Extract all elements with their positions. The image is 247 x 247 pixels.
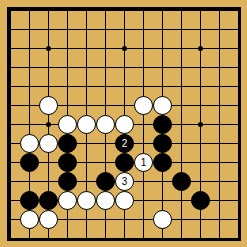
- board-intersection[interactable]: [153, 96, 172, 115]
- board-intersection[interactable]: [191, 77, 210, 96]
- board-intersection[interactable]: [115, 39, 134, 58]
- board-intersection[interactable]: [39, 115, 58, 134]
- board-intersection[interactable]: [58, 172, 77, 191]
- board-intersection[interactable]: [39, 1, 58, 20]
- board-intersection[interactable]: [77, 115, 96, 134]
- white-stone: [134, 96, 153, 115]
- board-intersection[interactable]: [96, 153, 115, 172]
- board-intersection[interactable]: [20, 134, 39, 153]
- board-intersection[interactable]: [58, 58, 77, 77]
- board-intersection[interactable]: [39, 210, 58, 229]
- move-number-label: 2: [122, 139, 128, 149]
- board-intersection[interactable]: [1, 172, 20, 191]
- black-stone: [153, 153, 172, 172]
- board-intersection[interactable]: [96, 229, 115, 247]
- board-intersection[interactable]: [210, 77, 229, 96]
- board-intersection[interactable]: [191, 191, 210, 210]
- move-number-label: 1: [141, 158, 147, 168]
- white-stone: [153, 96, 172, 115]
- board-intersection[interactable]: [77, 58, 96, 77]
- board-intersection[interactable]: [191, 172, 210, 191]
- board-intersection[interactable]: [58, 115, 77, 134]
- board-intersection[interactable]: [210, 210, 229, 229]
- board-intersection[interactable]: [229, 77, 247, 96]
- board-intersection[interactable]: [20, 77, 39, 96]
- board-intersection[interactable]: [77, 191, 96, 210]
- board-intersection[interactable]: [134, 77, 153, 96]
- board-intersection[interactable]: [58, 191, 77, 210]
- board-intersection[interactable]: [77, 1, 96, 20]
- move-number-label: 3: [122, 177, 128, 187]
- board-intersection[interactable]: [1, 20, 20, 39]
- board-intersection[interactable]: [77, 96, 96, 115]
- white-stone: [96, 115, 115, 134]
- board-intersection[interactable]: [153, 39, 172, 58]
- board-intersection[interactable]: [115, 115, 134, 134]
- white-stone: [20, 210, 39, 229]
- board-intersection[interactable]: [229, 153, 247, 172]
- board-intersection[interactable]: [134, 115, 153, 134]
- board-intersection[interactable]: [153, 1, 172, 20]
- board-intersection[interactable]: [20, 115, 39, 134]
- board-intersection[interactable]: [58, 39, 77, 58]
- board-intersection[interactable]: [58, 134, 77, 153]
- board-intersection[interactable]: [172, 58, 191, 77]
- board-intersection[interactable]: [115, 153, 134, 172]
- board-intersection[interactable]: [1, 1, 20, 20]
- board-intersection[interactable]: [96, 191, 115, 210]
- board-intersection[interactable]: [77, 20, 96, 39]
- board-intersection[interactable]: [39, 229, 58, 247]
- board-intersection[interactable]: [20, 210, 39, 229]
- board-intersection[interactable]: [1, 210, 20, 229]
- board-intersection[interactable]: [39, 153, 58, 172]
- board-intersection[interactable]: [229, 39, 247, 58]
- board-intersection[interactable]: [172, 191, 191, 210]
- board-intersection[interactable]: [191, 153, 210, 172]
- board-intersection[interactable]: [134, 134, 153, 153]
- board-intersection[interactable]: [153, 134, 172, 153]
- board-intersection[interactable]: [172, 1, 191, 20]
- board-intersection[interactable]: [20, 58, 39, 77]
- black-stone: [191, 191, 210, 210]
- board-intersection[interactable]: [229, 134, 247, 153]
- board-intersection[interactable]: [191, 39, 210, 58]
- board-intersection[interactable]: [153, 229, 172, 247]
- board-intersection[interactable]: [134, 172, 153, 191]
- board-intersection[interactable]: [172, 77, 191, 96]
- board-intersection[interactable]: [210, 58, 229, 77]
- board-intersection[interactable]: [77, 153, 96, 172]
- board-intersection[interactable]: [39, 172, 58, 191]
- white-stone: [58, 191, 77, 210]
- board-intersection[interactable]: [1, 58, 20, 77]
- board-intersection[interactable]: [58, 77, 77, 96]
- board-intersection[interactable]: [1, 191, 20, 210]
- black-stone: [58, 172, 77, 191]
- board-intersection[interactable]: [20, 229, 39, 247]
- board-intersection[interactable]: [96, 134, 115, 153]
- board-intersection[interactable]: [39, 20, 58, 39]
- board-intersection[interactable]: [134, 229, 153, 247]
- board-intersection[interactable]: [172, 153, 191, 172]
- board-intersection[interactable]: [77, 77, 96, 96]
- star-point: [46, 46, 51, 51]
- black-stone: [172, 172, 191, 191]
- board-intersection[interactable]: [172, 134, 191, 153]
- white-stone: 3: [115, 172, 134, 191]
- board-intersection[interactable]: [172, 20, 191, 39]
- board-intersection[interactable]: [172, 96, 191, 115]
- board-intersection[interactable]: [1, 153, 20, 172]
- board-intersection[interactable]: 1: [134, 153, 153, 172]
- board-intersection[interactable]: [134, 39, 153, 58]
- board-intersection[interactable]: [115, 229, 134, 247]
- black-stone: 2: [115, 134, 134, 153]
- board-intersection[interactable]: [96, 172, 115, 191]
- board-intersection[interactable]: [1, 134, 20, 153]
- board-intersection[interactable]: [134, 20, 153, 39]
- white-stone: [96, 191, 115, 210]
- black-stone: [153, 134, 172, 153]
- board-intersection[interactable]: [210, 134, 229, 153]
- board-intersection[interactable]: [229, 115, 247, 134]
- board-intersection[interactable]: [134, 1, 153, 20]
- board-intersection[interactable]: [229, 58, 247, 77]
- black-stone: [58, 134, 77, 153]
- board-intersection[interactable]: [96, 96, 115, 115]
- board-intersection[interactable]: [210, 39, 229, 58]
- board-intersection[interactable]: [134, 96, 153, 115]
- board-intersection[interactable]: [172, 229, 191, 247]
- board-intersection[interactable]: [229, 1, 247, 20]
- board-intersection[interactable]: [39, 191, 58, 210]
- board-intersection[interactable]: [229, 96, 247, 115]
- black-stone: [20, 191, 39, 210]
- board-intersection[interactable]: [210, 1, 229, 20]
- board-intersection[interactable]: [115, 20, 134, 39]
- board-intersection[interactable]: [210, 229, 229, 247]
- board-intersection[interactable]: [153, 20, 172, 39]
- board-intersection[interactable]: [191, 20, 210, 39]
- board-intersection[interactable]: [115, 210, 134, 229]
- board-intersection[interactable]: [1, 115, 20, 134]
- board-intersection[interactable]: [96, 39, 115, 58]
- white-stone: [77, 115, 96, 134]
- board-intersection[interactable]: [153, 77, 172, 96]
- black-stone: [39, 191, 58, 210]
- board-intersection[interactable]: [39, 96, 58, 115]
- board-intersection[interactable]: [210, 96, 229, 115]
- board-intersection[interactable]: [153, 115, 172, 134]
- board-intersection[interactable]: [134, 191, 153, 210]
- board-intersection[interactable]: [58, 96, 77, 115]
- white-stone: [20, 134, 39, 153]
- black-stone: [96, 172, 115, 191]
- board-intersection[interactable]: [20, 191, 39, 210]
- board-intersection[interactable]: [229, 191, 247, 210]
- white-stone: [115, 191, 134, 210]
- board-intersection[interactable]: [77, 229, 96, 247]
- black-stone: [115, 153, 134, 172]
- star-point: [46, 122, 51, 127]
- board-intersection[interactable]: [20, 153, 39, 172]
- board-intersection[interactable]: [191, 1, 210, 20]
- board-intersection[interactable]: [153, 210, 172, 229]
- board-intersection[interactable]: [115, 58, 134, 77]
- board-intersection[interactable]: 3: [115, 172, 134, 191]
- board-intersection[interactable]: [96, 115, 115, 134]
- board-intersection[interactable]: [210, 153, 229, 172]
- board-intersection[interactable]: [77, 134, 96, 153]
- board-intersection[interactable]: [1, 96, 20, 115]
- board-intersection[interactable]: [229, 229, 247, 247]
- board-intersection[interactable]: [39, 39, 58, 58]
- board-intersection[interactable]: [77, 39, 96, 58]
- board-intersection[interactable]: [77, 210, 96, 229]
- board-intersection[interactable]: [58, 153, 77, 172]
- board-intersection[interactable]: [20, 39, 39, 58]
- board-intersection[interactable]: [20, 96, 39, 115]
- board-intersection[interactable]: [153, 172, 172, 191]
- board-intersection[interactable]: [172, 115, 191, 134]
- board-intersection[interactable]: [96, 58, 115, 77]
- board-intersection[interactable]: [20, 1, 39, 20]
- board-intersection[interactable]: [134, 210, 153, 229]
- board-intersection[interactable]: [153, 191, 172, 210]
- board-intersection[interactable]: [58, 20, 77, 39]
- board-intersection[interactable]: [210, 115, 229, 134]
- star-point: [198, 46, 203, 51]
- board-intersection[interactable]: [58, 1, 77, 20]
- board-intersection[interactable]: [191, 134, 210, 153]
- board-intersection[interactable]: [210, 191, 229, 210]
- board-intersection[interactable]: [153, 153, 172, 172]
- board-intersection[interactable]: [77, 172, 96, 191]
- board-intersection[interactable]: [20, 20, 39, 39]
- board-intersection[interactable]: [191, 210, 210, 229]
- white-stone: [39, 96, 58, 115]
- board-intersection[interactable]: [39, 77, 58, 96]
- board-intersection[interactable]: 2: [115, 134, 134, 153]
- board-intersection[interactable]: [115, 1, 134, 20]
- board-intersection[interactable]: [172, 210, 191, 229]
- board-intersection[interactable]: [96, 77, 115, 96]
- board-intersection[interactable]: [229, 20, 247, 39]
- white-stone: [39, 134, 58, 153]
- board-intersection[interactable]: [191, 96, 210, 115]
- white-stone: [39, 210, 58, 229]
- board-intersection[interactable]: [191, 115, 210, 134]
- board-intersection[interactable]: [96, 210, 115, 229]
- white-stone: [115, 115, 134, 134]
- star-point: [122, 46, 127, 51]
- board-intersection[interactable]: [39, 134, 58, 153]
- board-intersection[interactable]: [172, 39, 191, 58]
- board-intersection[interactable]: [191, 58, 210, 77]
- board-intersection[interactable]: [96, 1, 115, 20]
- board-intersection[interactable]: [1, 229, 20, 247]
- board-intersection[interactable]: [58, 229, 77, 247]
- board-intersection[interactable]: [1, 77, 20, 96]
- board-intersection[interactable]: [115, 96, 134, 115]
- black-stone: [20, 153, 39, 172]
- board-intersection[interactable]: [229, 172, 247, 191]
- white-stone: [153, 210, 172, 229]
- white-stone: [58, 115, 77, 134]
- black-stone: [153, 115, 172, 134]
- board-intersection[interactable]: [39, 58, 58, 77]
- board-intersection[interactable]: [134, 58, 153, 77]
- board-intersection[interactable]: [229, 210, 247, 229]
- board-intersection[interactable]: [210, 20, 229, 39]
- board-intersection[interactable]: [115, 191, 134, 210]
- board-intersection[interactable]: [96, 20, 115, 39]
- board-intersection[interactable]: [172, 172, 191, 191]
- board-intersection[interactable]: [1, 39, 20, 58]
- board-intersection[interactable]: [191, 229, 210, 247]
- board-intersection[interactable]: [115, 77, 134, 96]
- board-intersection[interactable]: [20, 172, 39, 191]
- board-intersection[interactable]: [58, 210, 77, 229]
- go-board-grid: 213: [1, 1, 247, 247]
- board-intersection[interactable]: [153, 58, 172, 77]
- board-intersection[interactable]: [210, 172, 229, 191]
- white-stone: 1: [134, 153, 153, 172]
- black-stone: [58, 153, 77, 172]
- star-point: [198, 122, 203, 127]
- go-diagram: 213: [0, 0, 247, 247]
- white-stone: [77, 191, 96, 210]
